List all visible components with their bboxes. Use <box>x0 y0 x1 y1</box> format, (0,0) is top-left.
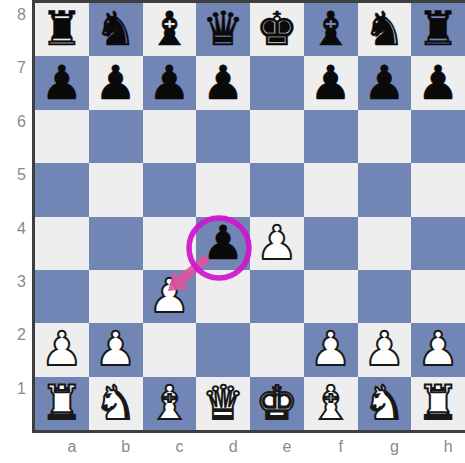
square-c8[interactable]: ♝ <box>143 3 197 56</box>
square-f2[interactable]: ♟ <box>304 323 358 376</box>
square-a2[interactable]: ♟ <box>35 323 89 376</box>
square-g2[interactable]: ♟ <box>358 323 412 376</box>
square-g8[interactable]: ♞ <box>358 3 412 56</box>
square-b8[interactable]: ♞ <box>89 3 143 56</box>
rank-label-2: 2 <box>0 326 26 344</box>
file-label-f: f <box>314 438 368 456</box>
white-knight[interactable]: ♞ <box>95 379 137 426</box>
square-c1[interactable]: ♝ <box>143 377 197 430</box>
square-g7[interactable]: ♟ <box>358 56 412 109</box>
white-pawn[interactable]: ♟ <box>95 325 137 372</box>
square-a4[interactable] <box>35 217 89 270</box>
rank-label-5: 5 <box>0 166 26 184</box>
black-queen[interactable]: ♛ <box>202 5 244 52</box>
white-bishop[interactable]: ♝ <box>310 379 352 426</box>
square-e8[interactable]: ♚ <box>250 3 304 56</box>
square-e6[interactable] <box>250 110 304 163</box>
square-c3[interactable]: ♟ <box>143 270 197 323</box>
rank-label-4: 4 <box>0 220 26 238</box>
black-pawn[interactable]: ♟ <box>148 59 190 106</box>
square-d2[interactable] <box>196 323 250 376</box>
square-h3[interactable] <box>411 270 465 323</box>
rank-label-1: 1 <box>0 380 26 398</box>
square-c6[interactable] <box>143 110 197 163</box>
white-queen[interactable]: ♛ <box>202 379 244 426</box>
white-pawn[interactable]: ♟ <box>148 272 190 319</box>
black-rook[interactable]: ♜ <box>41 5 83 52</box>
square-h7[interactable]: ♟ <box>411 56 465 109</box>
square-a3[interactable] <box>35 270 89 323</box>
white-king[interactable]: ♚ <box>256 379 298 426</box>
square-d8[interactable]: ♛ <box>196 3 250 56</box>
black-pawn[interactable]: ♟ <box>310 59 352 106</box>
rank-label-3: 3 <box>0 273 26 291</box>
square-b5[interactable] <box>89 163 143 216</box>
square-c2[interactable] <box>143 323 197 376</box>
rank-label-6: 6 <box>0 113 26 131</box>
file-label-a: a <box>45 438 99 456</box>
square-f6[interactable] <box>304 110 358 163</box>
square-b6[interactable] <box>89 110 143 163</box>
square-b2[interactable]: ♟ <box>89 323 143 376</box>
square-h8[interactable]: ♜ <box>411 3 465 56</box>
board-grid: ♜♞♝♛♚♝♞♜♟♟♟♟♟♟♟♟♟♟♟♟♟♟♟♜♞♝♛♚♝♞♜ <box>35 3 465 430</box>
square-e3[interactable] <box>250 270 304 323</box>
square-h2[interactable]: ♟ <box>411 323 465 376</box>
white-rook[interactable]: ♜ <box>417 379 459 426</box>
square-d4[interactable]: ♟ <box>196 217 250 270</box>
file-label-c: c <box>153 438 207 456</box>
square-f8[interactable]: ♝ <box>304 3 358 56</box>
white-pawn[interactable]: ♟ <box>363 325 405 372</box>
square-a7[interactable]: ♟ <box>35 56 89 109</box>
square-f1[interactable]: ♝ <box>304 377 358 430</box>
square-h1[interactable]: ♜ <box>411 377 465 430</box>
square-c4[interactable] <box>143 217 197 270</box>
chess-app: 87654321 ♜♞♝♛♚♝♞♜♟♟♟♟♟♟♟♟♟♟♟♟♟♟♟♜♞♝♛♚♝♞♜… <box>0 0 465 463</box>
square-b1[interactable]: ♞ <box>89 377 143 430</box>
black-knight[interactable]: ♞ <box>363 5 405 52</box>
square-g3[interactable] <box>358 270 412 323</box>
square-h4[interactable] <box>411 217 465 270</box>
square-a8[interactable]: ♜ <box>35 3 89 56</box>
square-g1[interactable]: ♞ <box>358 377 412 430</box>
black-pawn[interactable]: ♟ <box>41 59 83 106</box>
black-pawn[interactable]: ♟ <box>95 59 137 106</box>
file-label-g: g <box>368 438 422 456</box>
square-f3[interactable] <box>304 270 358 323</box>
square-f5[interactable] <box>304 163 358 216</box>
file-label-b: b <box>99 438 153 456</box>
square-d7[interactable]: ♟ <box>196 56 250 109</box>
file-labels: abcdefgh <box>45 438 465 456</box>
square-e4[interactable]: ♟ <box>250 217 304 270</box>
square-e5[interactable] <box>250 163 304 216</box>
square-d1[interactable]: ♛ <box>196 377 250 430</box>
white-pawn[interactable]: ♟ <box>417 325 459 372</box>
square-c5[interactable] <box>143 163 197 216</box>
square-e7[interactable] <box>250 56 304 109</box>
chess-board: ♜♞♝♛♚♝♞♜♟♟♟♟♟♟♟♟♟♟♟♟♟♟♟♜♞♝♛♚♝♞♜ <box>32 0 465 433</box>
black-bishop[interactable]: ♝ <box>148 5 190 52</box>
file-label-h: h <box>421 438 465 456</box>
black-king[interactable]: ♚ <box>256 5 298 52</box>
square-e1[interactable]: ♚ <box>250 377 304 430</box>
file-label-d: d <box>206 438 260 456</box>
square-g6[interactable] <box>358 110 412 163</box>
square-d6[interactable] <box>196 110 250 163</box>
square-g4[interactable] <box>358 217 412 270</box>
white-pawn[interactable]: ♟ <box>256 219 298 266</box>
square-h6[interactable] <box>411 110 465 163</box>
black-pawn[interactable]: ♟ <box>363 59 405 106</box>
square-a5[interactable] <box>35 163 89 216</box>
square-c7[interactable]: ♟ <box>143 56 197 109</box>
black-pawn[interactable]: ♟ <box>417 59 459 106</box>
square-b3[interactable] <box>89 270 143 323</box>
white-bishop[interactable]: ♝ <box>148 379 190 426</box>
white-pawn[interactable]: ♟ <box>41 325 83 372</box>
square-g5[interactable] <box>358 163 412 216</box>
square-b7[interactable]: ♟ <box>89 56 143 109</box>
white-pawn[interactable]: ♟ <box>310 325 352 372</box>
black-rook[interactable]: ♜ <box>417 5 459 52</box>
square-a1[interactable]: ♜ <box>35 377 89 430</box>
black-pawn[interactable]: ♟ <box>202 219 244 266</box>
square-f4[interactable] <box>304 217 358 270</box>
rank-label-8: 8 <box>0 6 26 24</box>
black-bishop[interactable]: ♝ <box>310 5 352 52</box>
square-d5[interactable] <box>196 163 250 216</box>
square-a6[interactable] <box>35 110 89 163</box>
square-e2[interactable] <box>250 323 304 376</box>
white-knight[interactable]: ♞ <box>363 379 405 426</box>
rank-label-7: 7 <box>0 59 26 77</box>
black-knight[interactable]: ♞ <box>95 5 137 52</box>
file-label-e: e <box>260 438 314 456</box>
square-d3[interactable] <box>196 270 250 323</box>
square-b4[interactable] <box>89 217 143 270</box>
black-pawn[interactable]: ♟ <box>202 59 244 106</box>
white-rook[interactable]: ♜ <box>41 379 83 426</box>
square-f7[interactable]: ♟ <box>304 56 358 109</box>
square-h5[interactable] <box>411 163 465 216</box>
